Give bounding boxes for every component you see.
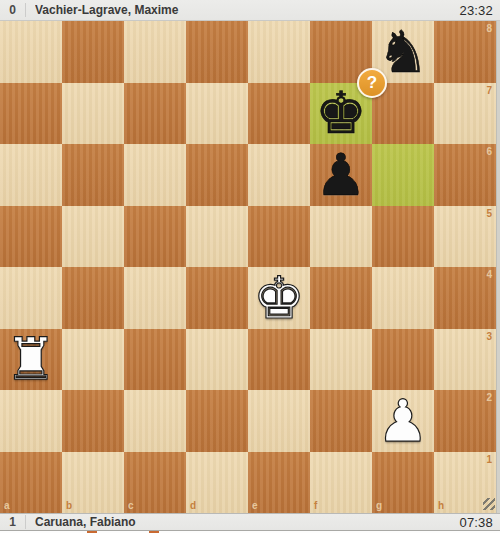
square-f5[interactable] [310,206,372,268]
rank-label-5: 5 [486,209,492,219]
square-c4[interactable] [124,267,186,329]
square-h4[interactable]: 4 [434,267,496,329]
mistake-annotation-badge: ? [357,68,387,98]
rank-label-6: 6 [486,147,492,157]
chess-board-widget: 0 Vachier-Lagrave, Maxime 23:32 ♞8♚7♟65♚… [0,0,500,533]
file-label-d: d [190,501,196,511]
square-f4[interactable] [310,267,372,329]
black-king[interactable]: ♚ [315,84,367,142]
square-c8[interactable] [124,21,186,83]
square-a6[interactable] [0,144,62,206]
file-label-c: c [128,501,134,511]
square-g5[interactable] [372,206,434,268]
file-label-a: a [4,501,10,511]
square-e1[interactable]: e [248,452,310,514]
square-d4[interactable] [186,267,248,329]
square-a7[interactable] [0,83,62,145]
rank-label-2: 2 [486,393,492,403]
square-e8[interactable] [248,21,310,83]
square-d2[interactable] [186,390,248,452]
file-label-b: b [66,501,72,511]
black-pawn[interactable]: ♟ [315,146,367,204]
square-h6[interactable]: 6 [434,144,496,206]
square-a1[interactable]: a [0,452,62,514]
top-player-score: 0 [0,3,26,17]
square-d1[interactable]: d [186,452,248,514]
square-c6[interactable] [124,144,186,206]
square-e2[interactable] [248,390,310,452]
bottom-player-score: 1 [0,515,26,529]
square-b2[interactable] [62,390,124,452]
square-b8[interactable] [62,21,124,83]
top-player-clock: 23:32 [459,3,493,18]
square-a3[interactable]: ♜ [0,329,62,391]
square-c1[interactable]: c [124,452,186,514]
rank-label-3: 3 [486,332,492,342]
square-b4[interactable] [62,267,124,329]
square-c7[interactable] [124,83,186,145]
file-label-g: g [376,501,382,511]
rank-label-1: 1 [486,455,492,465]
rank-label-7: 7 [486,86,492,96]
square-e7[interactable] [248,83,310,145]
chess-board[interactable]: ♞8♚7♟65♚4♜3♟2abcdefg1h? [0,21,496,513]
bottom-player-bar: 1 Caruana, Fabiano 07:38 [0,513,500,531]
board-right-gutter [496,21,500,513]
square-f2[interactable] [310,390,372,452]
bottom-player-clock: 07:38 [459,515,493,530]
square-c2[interactable] [124,390,186,452]
square-f3[interactable] [310,329,372,391]
square-g6[interactable] [372,144,434,206]
square-a4[interactable] [0,267,62,329]
file-label-e: e [252,501,258,511]
square-d7[interactable] [186,83,248,145]
square-d3[interactable] [186,329,248,391]
square-f6[interactable]: ♟ [310,144,372,206]
square-h5[interactable]: 5 [434,206,496,268]
top-player-name: Vachier-Lagrave, Maxime [35,3,459,17]
rank-label-4: 4 [486,270,492,280]
white-pawn[interactable]: ♟ [377,392,429,450]
square-e5[interactable] [248,206,310,268]
square-h2[interactable]: 2 [434,390,496,452]
square-g1[interactable]: g [372,452,434,514]
square-c5[interactable] [124,206,186,268]
square-d6[interactable] [186,144,248,206]
file-label-h: h [438,501,444,511]
square-a8[interactable] [0,21,62,83]
white-king[interactable]: ♚ [253,269,305,327]
square-e4[interactable]: ♚ [248,267,310,329]
square-d5[interactable] [186,206,248,268]
square-a5[interactable] [0,206,62,268]
board-area: ♞8♚7♟65♚4♜3♟2abcdefg1h? [0,21,500,513]
square-g3[interactable] [372,329,434,391]
square-b5[interactable] [62,206,124,268]
square-g4[interactable] [372,267,434,329]
square-g2[interactable]: ♟ [372,390,434,452]
square-f1[interactable]: f [310,452,372,514]
file-label-f: f [314,501,317,511]
square-d8[interactable] [186,21,248,83]
square-h8[interactable]: 8 [434,21,496,83]
square-e6[interactable] [248,144,310,206]
square-b3[interactable] [62,329,124,391]
square-b1[interactable]: b [62,452,124,514]
square-a2[interactable] [0,390,62,452]
square-b7[interactable] [62,83,124,145]
square-b6[interactable] [62,144,124,206]
resize-handle-icon[interactable] [483,498,495,510]
white-rook[interactable]: ♜ [5,330,57,388]
bottom-player-name: Caruana, Fabiano [35,515,459,529]
square-c3[interactable] [124,329,186,391]
square-h3[interactable]: 3 [434,329,496,391]
black-knight[interactable]: ♞ [377,23,429,81]
square-h7[interactable]: 7 [434,83,496,145]
square-e3[interactable] [248,329,310,391]
rank-label-8: 8 [486,24,492,34]
